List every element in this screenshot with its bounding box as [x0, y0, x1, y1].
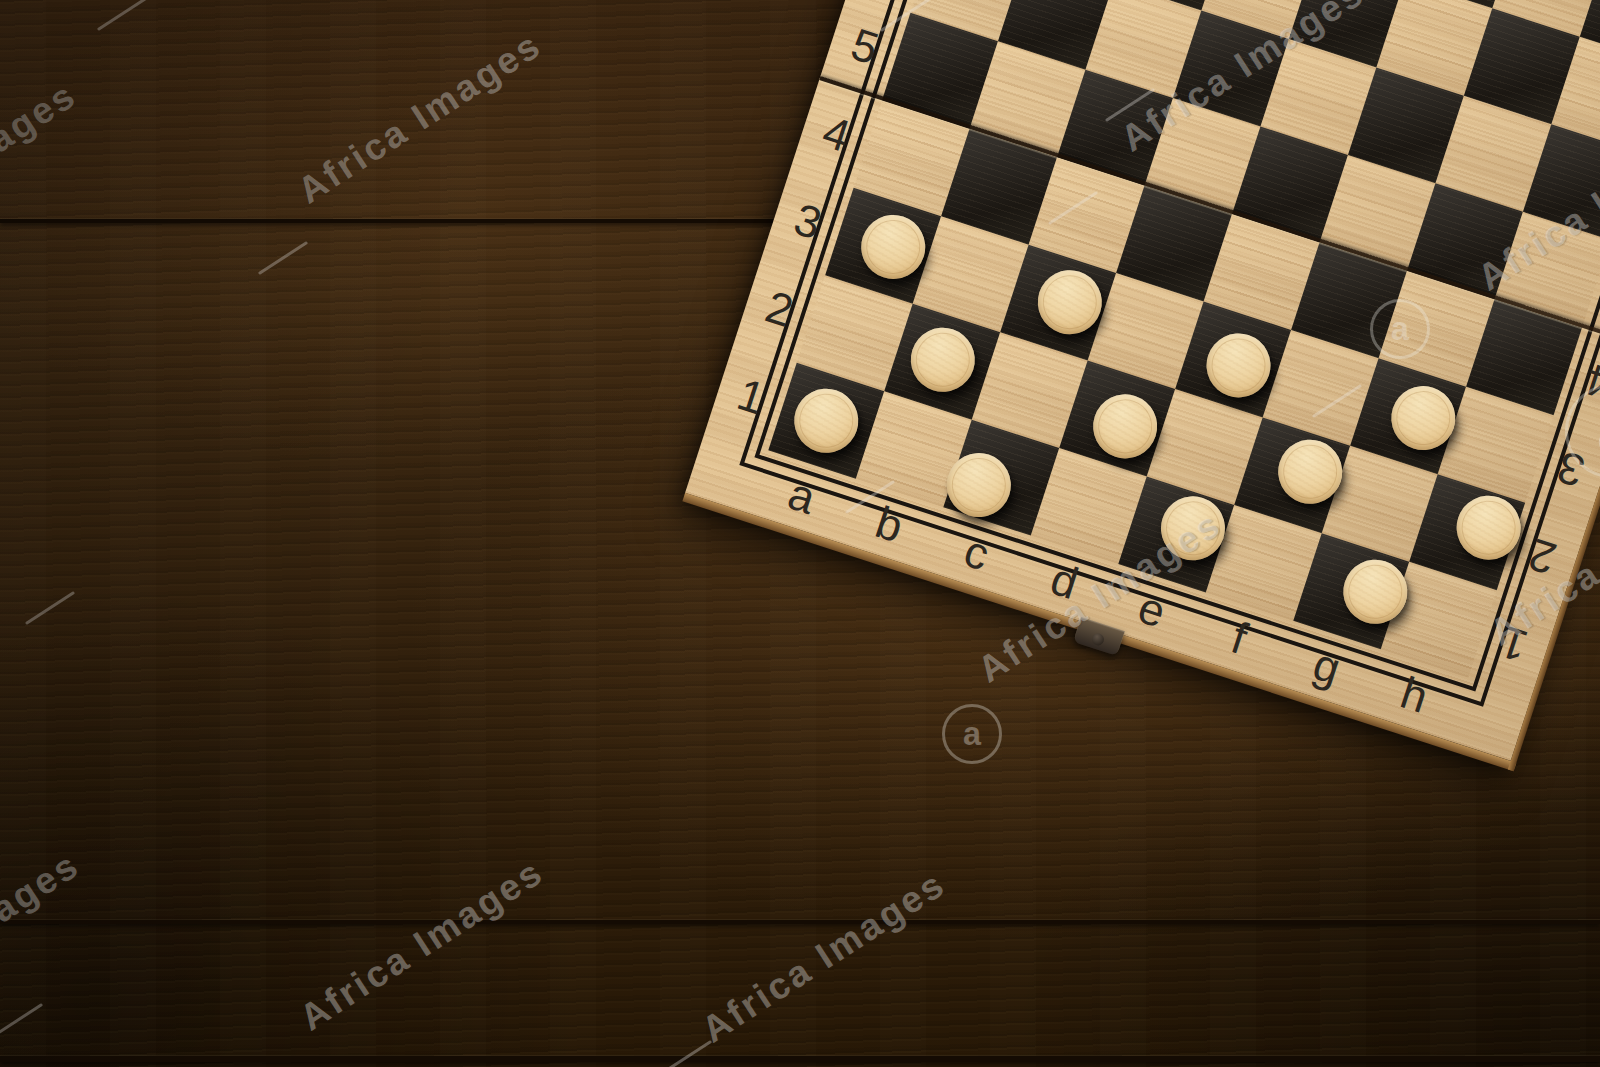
file-label-c: c: [959, 528, 994, 578]
checker-piece-light-b2: [902, 319, 983, 400]
rank-label-left-3: 3: [789, 196, 827, 247]
rank-label-right-2: 2: [1523, 531, 1561, 582]
file-label-g: g: [1308, 641, 1346, 692]
rank-label-left-1: 1: [732, 371, 770, 422]
table-plank-seam: [0, 1056, 1600, 1062]
file-label-b: b: [870, 499, 908, 550]
rank-label-right-1: 1: [1495, 619, 1533, 670]
rank-label-right-3: 3: [1552, 444, 1590, 495]
file-label-d: d: [1045, 556, 1083, 607]
photo-scene: 1122334455667788abcdefgh Africa ImagesAf…: [0, 0, 1600, 1067]
rank-label-left-4: 4: [818, 109, 856, 160]
checker-piece-light-e3: [1198, 325, 1279, 406]
file-label-a: a: [783, 471, 821, 522]
rank-label-left-2: 2: [761, 284, 799, 335]
file-label-e: e: [1133, 584, 1171, 635]
checker-piece-light-a1: [786, 380, 867, 461]
file-label-h: h: [1395, 670, 1433, 721]
checker-piece-light-h2: [1448, 487, 1529, 568]
file-label-f: f: [1226, 615, 1252, 662]
table-plank-seam: [0, 920, 1600, 924]
rank-label-right-4: 4: [1580, 356, 1600, 407]
rank-label-left-5: 5: [846, 21, 884, 72]
